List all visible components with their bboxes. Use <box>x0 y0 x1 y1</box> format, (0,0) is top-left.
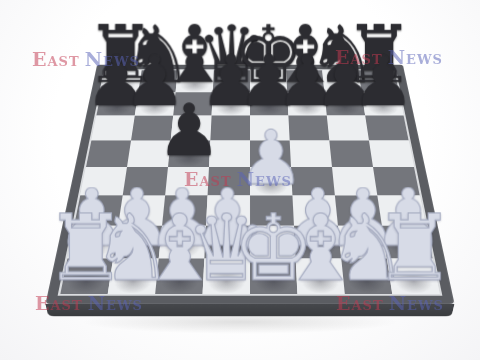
square-d3 <box>206 195 250 225</box>
square-e3 <box>250 195 294 225</box>
square-b6 <box>131 116 173 141</box>
square-c5: ♟ <box>168 140 210 167</box>
square-a1: ♜ <box>60 259 113 294</box>
square-e8: ♚ <box>250 70 287 92</box>
square-a3 <box>74 195 123 225</box>
square-a2: ♟ <box>67 226 118 259</box>
square-g4 <box>332 167 377 195</box>
square-b8: ♞ <box>138 70 177 92</box>
square-f3 <box>292 195 338 225</box>
square-e6 <box>250 116 290 141</box>
photo-canvas: ♜♞♝♛♚♝♞♜♟♟♟♟♟♟♟♟♟♟♟♟♟♟♟♟♜♞♝♛♚♝♞♜ EastNew… <box>0 0 480 360</box>
square-g3 <box>335 195 382 225</box>
square-b3 <box>118 195 165 225</box>
square-h1: ♜ <box>387 259 440 294</box>
square-b7: ♟ <box>135 92 176 115</box>
square-d7: ♟ <box>212 92 250 115</box>
square-f7: ♟ <box>287 92 327 115</box>
square-f5 <box>290 140 332 167</box>
square-f4 <box>291 167 335 195</box>
square-c1: ♝ <box>155 259 204 294</box>
chess-board-frame: ♜♞♝♛♚♝♞♜♟♟♟♟♟♟♟♟♟♟♟♟♟♟♟♟♜♞♝♛♚♝♞♜ <box>45 65 454 304</box>
square-a6 <box>91 116 134 141</box>
square-h7: ♟ <box>362 92 404 115</box>
square-f6 <box>288 116 329 141</box>
square-h2: ♟ <box>382 226 433 259</box>
square-b2: ♟ <box>113 226 162 259</box>
square-h6 <box>365 116 408 141</box>
square-g8: ♞ <box>322 70 361 92</box>
chess-scene: ♜♞♝♛♚♝♞♜♟♟♟♟♟♟♟♟♟♟♟♟♟♟♟♟♜♞♝♛♚♝♞♜ <box>0 0 480 360</box>
square-e1: ♚ <box>250 259 297 294</box>
board-front-edge <box>45 304 454 317</box>
square-f1: ♝ <box>296 259 345 294</box>
square-g6 <box>327 116 369 141</box>
square-c8: ♝ <box>176 70 214 92</box>
square-e5 <box>250 140 291 167</box>
square-a7: ♟ <box>96 92 138 115</box>
square-h5 <box>369 140 414 167</box>
square-c2: ♟ <box>159 226 206 259</box>
square-h8: ♜ <box>358 70 399 92</box>
square-g1: ♞ <box>341 259 392 294</box>
square-h4 <box>373 167 420 195</box>
square-a4 <box>80 167 127 195</box>
square-d8: ♛ <box>213 70 250 92</box>
square-h3 <box>377 195 426 225</box>
square-c3 <box>162 195 208 225</box>
square-c6 <box>171 116 212 141</box>
square-d5 <box>209 140 250 167</box>
square-c7 <box>173 92 213 115</box>
square-e2 <box>250 226 296 259</box>
square-f8: ♝ <box>286 70 324 92</box>
square-e4: ♟ <box>250 167 292 195</box>
square-d2: ♟ <box>204 226 250 259</box>
square-b4 <box>123 167 168 195</box>
square-g7: ♟ <box>324 92 365 115</box>
square-f2: ♟ <box>294 226 341 259</box>
square-b1: ♞ <box>108 259 159 294</box>
square-g5 <box>329 140 373 167</box>
chess-board: ♜♞♝♛♚♝♞♜♟♟♟♟♟♟♟♟♟♟♟♟♟♟♟♟♜♞♝♛♚♝♞♜ <box>58 69 443 295</box>
square-a8: ♜ <box>101 70 142 92</box>
square-g2: ♟ <box>338 226 387 259</box>
square-b5 <box>127 140 171 167</box>
square-d4 <box>208 167 250 195</box>
square-a5 <box>86 140 131 167</box>
square-e7: ♟ <box>250 92 288 115</box>
square-d6 <box>210 116 250 141</box>
square-c4 <box>165 167 209 195</box>
square-d1: ♛ <box>203 259 250 294</box>
